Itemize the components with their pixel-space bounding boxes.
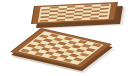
dark-square — [49, 14, 58, 16]
light-square — [57, 17, 66, 19]
dark-square — [57, 19, 66, 21]
dark-square — [41, 47, 51, 51]
light-square — [99, 13, 108, 15]
dark-square — [51, 46, 61, 50]
dark-square — [49, 34, 59, 38]
light-square — [40, 41, 50, 45]
dark-square — [73, 18, 82, 20]
dark-square — [101, 4, 110, 6]
dark-square — [40, 20, 49, 22]
light-square — [100, 6, 109, 8]
dark-square — [75, 11, 84, 13]
light-square — [40, 18, 49, 20]
dark-square — [85, 48, 95, 52]
dark-square — [58, 8, 67, 10]
dark-square — [75, 49, 85, 53]
light-square — [74, 16, 83, 18]
light-square — [57, 13, 66, 15]
dark-square — [30, 48, 40, 52]
front-board-frame — [10, 28, 112, 68]
light-square — [42, 54, 52, 58]
light-square — [42, 32, 52, 36]
dark-square — [83, 9, 92, 11]
dark-square — [99, 15, 108, 17]
dark-square — [61, 46, 71, 50]
light-square — [74, 13, 83, 15]
dark-square — [99, 11, 108, 13]
front-board — [0, 0, 100, 76]
dark-square — [26, 44, 36, 48]
light-square — [70, 38, 80, 42]
light-square — [65, 18, 74, 20]
dark-square — [57, 42, 67, 46]
light-square — [76, 55, 86, 59]
dark-square — [77, 40, 87, 44]
light-square — [58, 48, 68, 52]
dark-square — [50, 10, 59, 12]
dark-square — [91, 14, 100, 16]
dark-square — [74, 14, 83, 16]
front-board-inner-line — [18, 31, 104, 65]
light-square — [68, 47, 78, 51]
light-square — [70, 60, 80, 64]
dark-square — [57, 15, 66, 17]
dark-square — [47, 42, 57, 46]
dark-square — [67, 41, 77, 45]
light-square — [82, 14, 91, 16]
light-square — [49, 12, 58, 14]
light-square — [100, 10, 109, 12]
light-square — [82, 50, 92, 54]
light-square — [99, 17, 108, 19]
light-square — [91, 12, 100, 14]
light-square — [50, 40, 60, 44]
dark-square — [65, 17, 74, 19]
dark-square — [75, 7, 84, 9]
light-square — [78, 46, 88, 50]
light-square — [38, 50, 48, 54]
dark-square — [49, 55, 59, 59]
dark-square — [58, 12, 67, 14]
light-square — [48, 49, 58, 53]
light-square — [75, 9, 84, 11]
dark-square — [69, 54, 79, 58]
front-board-side-edge — [11, 31, 113, 71]
dark-square — [66, 9, 75, 11]
light-square — [74, 42, 84, 46]
dark-square — [81, 44, 91, 48]
light-square — [23, 46, 33, 50]
light-square — [27, 50, 37, 54]
dark-square — [55, 50, 65, 54]
dark-square — [90, 17, 99, 19]
light-square — [59, 6, 68, 8]
light-square — [66, 56, 76, 60]
light-square — [82, 18, 91, 20]
light-square — [67, 8, 76, 10]
dark-square — [65, 50, 75, 54]
light-square — [50, 8, 59, 10]
light-square — [72, 51, 82, 55]
front-board-shadow — [12, 33, 114, 73]
light-square — [44, 45, 54, 49]
chessboard-product-photo — [0, 0, 128, 76]
light-square — [66, 11, 75, 13]
light-square — [46, 36, 56, 40]
light-square — [34, 46, 44, 50]
light-square — [52, 53, 62, 57]
dark-square — [50, 7, 59, 9]
light-square — [41, 11, 50, 13]
light-square — [49, 16, 58, 18]
dark-square — [92, 6, 101, 8]
dark-square — [79, 53, 89, 57]
dark-square — [84, 5, 93, 7]
dark-square — [63, 58, 73, 62]
dark-square — [39, 34, 49, 38]
light-square — [58, 10, 67, 12]
dark-square — [42, 9, 51, 11]
dark-square — [83, 12, 92, 14]
light-square — [60, 39, 70, 43]
dark-square — [67, 6, 76, 8]
dark-square — [43, 38, 53, 42]
dark-square — [66, 13, 75, 15]
dark-square — [40, 16, 49, 18]
back-board-side-edge — [36, 6, 123, 28]
back-board — [0, 0, 100, 76]
light-square — [75, 5, 84, 7]
dark-square — [20, 49, 30, 53]
light-square — [41, 14, 50, 16]
light-square — [92, 8, 101, 10]
back-board-frame — [31, 2, 118, 24]
dark-square — [33, 39, 43, 43]
light-square — [84, 7, 93, 9]
light-square — [42, 7, 51, 9]
light-square — [66, 15, 75, 17]
back-board-inner-line — [38, 4, 111, 22]
dark-square — [48, 17, 57, 19]
dark-square — [73, 58, 83, 62]
light-square — [90, 15, 99, 17]
light-square — [36, 37, 46, 41]
light-square — [92, 5, 101, 7]
light-square — [56, 57, 66, 61]
dark-square — [45, 51, 55, 55]
light-square — [85, 42, 95, 46]
back-board-squares — [40, 4, 110, 22]
light-square — [30, 42, 40, 46]
dark-square — [71, 45, 81, 49]
back-board-shadow — [38, 7, 125, 29]
dark-square — [82, 16, 91, 18]
dark-square — [37, 43, 47, 47]
dark-square — [63, 37, 73, 41]
dark-square — [100, 8, 109, 10]
dark-square — [41, 12, 50, 14]
light-square — [62, 52, 72, 56]
light-square — [83, 10, 92, 12]
light-square — [48, 19, 57, 21]
dark-square — [34, 52, 44, 56]
dark-square — [59, 54, 69, 58]
light-square — [89, 46, 99, 50]
light-square — [56, 35, 66, 39]
dark-square — [53, 38, 63, 42]
light-square — [64, 43, 74, 47]
dark-square — [92, 43, 102, 47]
light-square — [54, 44, 64, 48]
dark-square — [91, 10, 100, 12]
front-board-squares — [20, 32, 102, 64]
